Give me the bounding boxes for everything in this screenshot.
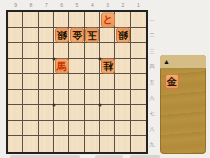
board-square[interactable]: [23, 43, 38, 59]
file-label: 8: [23, 1, 38, 10]
board-square[interactable]: [131, 74, 146, 90]
board-square[interactable]: [23, 90, 38, 106]
board-square[interactable]: [131, 105, 146, 121]
file-label: 1: [131, 1, 146, 10]
rank-label: 六: [147, 90, 157, 106]
board-square[interactable]: [85, 121, 100, 137]
shogi-piece-6四[interactable]: 馬: [55, 59, 69, 74]
board-square[interactable]: [23, 105, 38, 121]
board-square[interactable]: [69, 43, 84, 59]
board-square[interactable]: [54, 136, 69, 152]
hand-pieces: 金: [160, 69, 206, 154]
hoshi-dot: [53, 104, 56, 107]
board-square[interactable]: [131, 43, 146, 59]
board-square[interactable]: [131, 90, 146, 106]
board-square[interactable]: [39, 74, 54, 90]
board-square[interactable]: [8, 90, 23, 106]
bottom-tab: [130, 155, 160, 158]
sente-triangle-icon: ▲: [163, 56, 170, 67]
board-square[interactable]: [115, 12, 130, 28]
board-square[interactable]: [39, 43, 54, 59]
file-label: 4: [85, 1, 100, 10]
board-square[interactable]: [100, 74, 115, 90]
board-square[interactable]: [23, 74, 38, 90]
board-square[interactable]: [131, 28, 146, 44]
board-square[interactable]: [69, 90, 84, 106]
board-square[interactable]: [54, 43, 69, 59]
board-square[interactable]: [85, 12, 100, 28]
rank-labels: 一二三四五六七八九: [147, 12, 157, 152]
shogi-piece-5二[interactable]: 金: [70, 28, 84, 43]
board-square[interactable]: [69, 105, 84, 121]
board-square[interactable]: [100, 105, 115, 121]
board-square[interactable]: [131, 121, 146, 137]
board-square[interactable]: [8, 43, 23, 59]
rank-label: 四: [147, 59, 157, 75]
board-square[interactable]: [115, 59, 130, 75]
rank-label: 九: [147, 137, 157, 153]
board-square[interactable]: [69, 74, 84, 90]
board-square[interactable]: [54, 12, 69, 28]
file-label: 7: [39, 1, 54, 10]
board-square[interactable]: [23, 136, 38, 152]
rank-label: 七: [147, 105, 157, 121]
board-square[interactable]: [54, 121, 69, 137]
shogi-piece-3四[interactable]: 桂: [101, 59, 115, 74]
board-square[interactable]: [23, 59, 38, 75]
shogi-piece-4二[interactable]: 玉: [85, 28, 99, 43]
board-square[interactable]: [85, 105, 100, 121]
board-square[interactable]: [115, 43, 130, 59]
board-square[interactable]: [85, 59, 100, 75]
board-square[interactable]: [69, 121, 84, 137]
board-square[interactable]: [85, 74, 100, 90]
shogi-piece-3一[interactable]: と: [101, 12, 115, 27]
board-square[interactable]: [115, 74, 130, 90]
hoshi-dot: [99, 104, 102, 107]
board-square[interactable]: [23, 12, 38, 28]
board-square[interactable]: [131, 136, 146, 152]
board-square[interactable]: [131, 12, 146, 28]
board-square[interactable]: [8, 12, 23, 28]
board-square[interactable]: [23, 121, 38, 137]
board-square[interactable]: [39, 90, 54, 106]
komadai-header: ▲: [160, 55, 206, 69]
board-square[interactable]: [115, 121, 130, 137]
board-square[interactable]: [54, 74, 69, 90]
board-square[interactable]: [23, 28, 38, 44]
board-square[interactable]: [115, 136, 130, 152]
board-square[interactable]: [131, 59, 146, 75]
bottom-tab: [10, 155, 80, 158]
board-square[interactable]: [100, 136, 115, 152]
rank-label: 二: [147, 28, 157, 44]
board-square[interactable]: [8, 28, 23, 44]
bottom-tab: [95, 155, 123, 158]
rank-label: 八: [147, 121, 157, 137]
file-labels: 987654321: [8, 1, 146, 10]
file-label: 3: [100, 1, 115, 10]
board-square[interactable]: [8, 105, 23, 121]
board-square[interactable]: [39, 105, 54, 121]
board-square[interactable]: [115, 105, 130, 121]
board-square[interactable]: [100, 28, 115, 44]
board-square[interactable]: [54, 90, 69, 106]
file-label: 2: [115, 1, 130, 10]
file-label: 9: [8, 1, 23, 10]
board-square[interactable]: [54, 105, 69, 121]
board-square[interactable]: [39, 59, 54, 75]
rank-label: 三: [147, 43, 157, 59]
file-label: 5: [69, 1, 84, 10]
board-square[interactable]: [39, 121, 54, 137]
board-square[interactable]: [8, 59, 23, 75]
shogi-board[interactable]: と銀金玉銀馬桂: [6, 10, 148, 154]
board-square[interactable]: [100, 121, 115, 137]
file-label: 6: [54, 1, 69, 10]
board-square[interactable]: [39, 12, 54, 28]
board-square[interactable]: [69, 59, 84, 75]
board-square[interactable]: [8, 121, 23, 137]
board-square[interactable]: [39, 136, 54, 152]
shogi-piece-6二[interactable]: 銀: [55, 28, 69, 43]
board-square[interactable]: [115, 90, 130, 106]
rank-label: 五: [147, 74, 157, 90]
board-square[interactable]: [8, 74, 23, 90]
board-square[interactable]: [8, 136, 23, 152]
board-square[interactable]: [69, 12, 84, 28]
hand-piece[interactable]: 金: [165, 74, 179, 89]
board-square[interactable]: [39, 28, 54, 44]
sente-komadai[interactable]: ▲ 金: [160, 55, 206, 154]
board-square[interactable]: [69, 136, 84, 152]
board-square[interactable]: [85, 43, 100, 59]
shogi-piece-2二[interactable]: 銀: [116, 28, 130, 43]
board-square[interactable]: [100, 90, 115, 106]
board-square[interactable]: [85, 90, 100, 106]
board-square[interactable]: [85, 136, 100, 152]
board-square[interactable]: [100, 43, 115, 59]
tsume-shogi-widget: 987654321 一二三四五六七八九 と銀金玉銀馬桂 ▲ 金: [0, 0, 210, 158]
rank-label: 一: [147, 12, 157, 28]
